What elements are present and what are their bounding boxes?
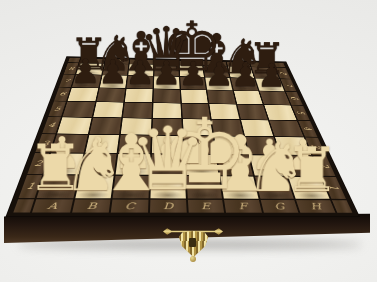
square-g7: ♟ (231, 78, 259, 90)
square-c7: ♟ (127, 76, 153, 89)
square-c6 (125, 89, 152, 103)
piece-black-pawn-d7: ♟ (152, 60, 182, 87)
frame-corner (13, 199, 34, 212)
rank-label-5: 5 (295, 111, 306, 114)
file-label-f: F (238, 202, 248, 211)
chess-board: ABCDEFGH8♜♞♝♛♚♝♞♜87♟♟♟♟♟♟♟♟7665544332♟♟♟… (5, 56, 360, 217)
photo-backdrop: ABCDEFGH8♜♞♝♛♚♝♞♜87♟♟♟♟♟♟♟♟7665544332♟♟♟… (0, 0, 377, 282)
file-label-e: E (201, 202, 211, 211)
square-a7: ♟ (72, 75, 101, 88)
square-f7: ♟ (205, 78, 232, 90)
bottom-file-strip-b: B (72, 199, 111, 212)
bottom-file-strip-h: H (296, 200, 335, 213)
square-e7: ♟ (180, 77, 206, 89)
piece-black-pawn-g7: ♟ (231, 62, 260, 89)
piece-black-pawn-e7: ♟ (178, 61, 208, 88)
clasp-keyhole (189, 238, 196, 247)
file-label-d: D (163, 202, 173, 211)
clasp-pin (190, 256, 196, 262)
file-label-g: G (273, 202, 285, 211)
piece-black-pawn-a7: ♟ (71, 58, 101, 85)
piece-black-pawn-c7: ♟ (125, 59, 155, 86)
rank-label-5: 5 (53, 106, 61, 111)
frame-corner (332, 200, 352, 213)
square-a1: ♜ (37, 175, 79, 198)
piece-black-pawn-h7: ♟ (257, 62, 286, 89)
bottom-file-strip-c: C (111, 200, 148, 213)
bottom-file-strip-e: E (187, 200, 224, 213)
file-label-c: C (125, 202, 136, 211)
square-a6 (68, 88, 98, 102)
square-d7: ♟ (154, 76, 179, 89)
square-h6 (260, 91, 290, 105)
file-label-h: H (309, 202, 323, 211)
square-b6 (96, 88, 125, 102)
brass-clasp (163, 226, 223, 264)
piece-white-rook-a1: ♜ (27, 142, 84, 194)
bottom-file-strip-g: G (261, 200, 299, 213)
square-a5 (63, 102, 95, 117)
rank-label-6: 6 (59, 92, 67, 97)
file-label-b: B (86, 202, 97, 211)
bottom-file-strip-a: A (32, 199, 73, 212)
piece-black-pawn-f7: ♟ (205, 61, 234, 88)
bottom-file-strip-d: D (150, 200, 186, 213)
rank-label-6: 6 (289, 97, 299, 100)
piece-black-pawn-b7: ♟ (98, 59, 128, 86)
square-b5 (93, 102, 123, 117)
board-perspective-wrapper: ABCDEFGH8♜♞♝♛♚♝♞♜87♟♟♟♟♟♟♟♟7665544332♟♟♟… (10, 0, 365, 217)
file-label-a: A (47, 201, 59, 210)
bottom-file-strip-f: F (224, 200, 262, 213)
square-b7: ♟ (100, 75, 127, 88)
